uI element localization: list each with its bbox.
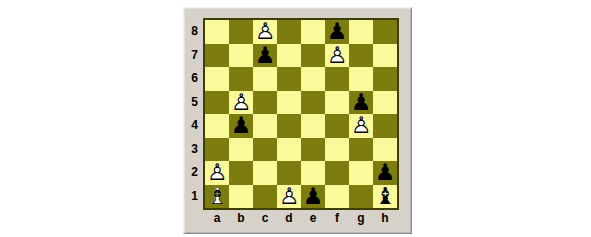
square-h2[interactable]: ♟	[373, 161, 397, 185]
square-e2[interactable]	[301, 161, 325, 185]
square-a8[interactable]	[205, 20, 229, 44]
square-a4[interactable]	[205, 114, 229, 138]
square-g4[interactable]: ♟♙	[349, 114, 373, 138]
piece-glyph: ♟	[375, 161, 396, 185]
square-h7[interactable]	[373, 44, 397, 68]
piece-glyph: ♟	[327, 20, 348, 44]
square-d2[interactable]	[277, 161, 301, 185]
rank-label-5: 5	[187, 91, 202, 115]
square-d8[interactable]	[277, 20, 301, 44]
square-a7[interactable]	[205, 44, 229, 68]
piece-white-pawn[interactable]: ♟♙	[349, 114, 373, 138]
square-c7[interactable]: ♟	[253, 44, 277, 68]
file-label-a: a	[205, 209, 229, 229]
piece-black-bishop[interactable]: ♝	[373, 185, 397, 209]
file-label-c: c	[253, 209, 277, 229]
chessboard[interactable]: ♟♙♟♟♟♙♟♙♟♟♟♙♟♙♟♝♗♟♙♟♝	[203, 18, 399, 210]
square-h8[interactable]	[373, 20, 397, 44]
square-f1[interactable]	[325, 185, 349, 209]
square-f8[interactable]: ♟	[325, 20, 349, 44]
square-c2[interactable]	[253, 161, 277, 185]
square-e5[interactable]	[301, 91, 325, 115]
square-g8[interactable]	[349, 20, 373, 44]
square-g7[interactable]	[349, 44, 373, 68]
square-b5[interactable]: ♟♙	[229, 91, 253, 115]
square-e1[interactable]: ♟	[301, 185, 325, 209]
piece-black-pawn[interactable]: ♟	[373, 161, 397, 185]
square-d7[interactable]	[277, 44, 301, 68]
piece-white-pawn[interactable]: ♟♙	[229, 91, 253, 115]
file-label-d: d	[277, 209, 301, 229]
square-b7[interactable]	[229, 44, 253, 68]
rank-label-8: 8	[187, 20, 202, 44]
square-f6[interactable]	[325, 67, 349, 91]
square-d5[interactable]	[277, 91, 301, 115]
rank-label-6: 6	[187, 67, 202, 91]
square-c4[interactable]	[253, 114, 277, 138]
square-f5[interactable]	[325, 91, 349, 115]
piece-glyph: ♝	[375, 185, 396, 209]
square-c8[interactable]: ♟♙	[253, 20, 277, 44]
rank-labels: 87654321	[187, 20, 202, 208]
square-d6[interactable]	[277, 67, 301, 91]
square-d1[interactable]: ♟♙	[277, 185, 301, 209]
piece-glyph: ♟	[351, 91, 372, 115]
piece-black-pawn[interactable]: ♟	[325, 20, 349, 44]
square-b1[interactable]	[229, 185, 253, 209]
piece-glyph: ♙	[231, 91, 252, 115]
square-h5[interactable]	[373, 91, 397, 115]
rank-label-3: 3	[187, 138, 202, 162]
piece-white-pawn[interactable]: ♟♙	[277, 185, 301, 209]
square-b3[interactable]	[229, 138, 253, 162]
rank-label-1: 1	[187, 185, 202, 209]
square-d4[interactable]	[277, 114, 301, 138]
square-b4[interactable]: ♟	[229, 114, 253, 138]
square-a5[interactable]	[205, 91, 229, 115]
piece-glyph: ♙	[351, 114, 372, 138]
piece-glyph: ♙	[279, 185, 300, 209]
square-e4[interactable]	[301, 114, 325, 138]
square-c1[interactable]	[253, 185, 277, 209]
square-f4[interactable]	[325, 114, 349, 138]
file-label-f: f	[325, 209, 349, 229]
square-g2[interactable]	[349, 161, 373, 185]
rank-label-7: 7	[187, 44, 202, 68]
square-c5[interactable]	[253, 91, 277, 115]
square-g3[interactable]	[349, 138, 373, 162]
file-label-h: h	[373, 209, 397, 229]
piece-glyph: ♟	[255, 44, 276, 68]
piece-glyph: ♙	[255, 20, 276, 44]
piece-black-pawn[interactable]: ♟	[349, 91, 373, 115]
square-g6[interactable]	[349, 67, 373, 91]
square-a2[interactable]: ♟♙	[205, 161, 229, 185]
square-f7[interactable]: ♟♙	[325, 44, 349, 68]
square-h1[interactable]: ♝	[373, 185, 397, 209]
square-h6[interactable]	[373, 67, 397, 91]
piece-black-pawn[interactable]: ♟	[301, 185, 325, 209]
square-g5[interactable]: ♟	[349, 91, 373, 115]
piece-black-pawn[interactable]: ♟	[253, 44, 277, 68]
piece-white-pawn[interactable]: ♟♙	[325, 44, 349, 68]
square-h3[interactable]	[373, 138, 397, 162]
piece-glyph: ♟	[303, 185, 324, 209]
square-f2[interactable]	[325, 161, 349, 185]
rank-label-4: 4	[187, 114, 202, 138]
square-a6[interactable]	[205, 67, 229, 91]
square-c6[interactable]	[253, 67, 277, 91]
piece-glyph: ♙	[207, 161, 228, 185]
piece-glyph: ♟	[231, 114, 252, 138]
square-c3[interactable]	[253, 138, 277, 162]
page: 87654321 ♟♙♟♟♟♙♟♙♟♟♟♙♟♙♟♝♗♟♙♟♝ abcdefgh	[0, 0, 591, 237]
square-d3[interactable]	[277, 138, 301, 162]
piece-black-pawn[interactable]: ♟	[229, 114, 253, 138]
piece-glyph: ♙	[327, 44, 348, 68]
piece-glyph: ♗	[207, 185, 228, 209]
square-h4[interactable]	[373, 114, 397, 138]
square-a1[interactable]: ♝♗	[205, 185, 229, 209]
square-e8[interactable]	[301, 20, 325, 44]
square-f3[interactable]	[325, 138, 349, 162]
square-a3[interactable]	[205, 138, 229, 162]
file-label-b: b	[229, 209, 253, 229]
square-e6[interactable]	[301, 67, 325, 91]
square-e3[interactable]	[301, 138, 325, 162]
square-b2[interactable]	[229, 161, 253, 185]
piece-white-bishop[interactable]: ♝♗	[205, 185, 229, 209]
file-label-g: g	[349, 209, 373, 229]
square-e7[interactable]	[301, 44, 325, 68]
square-g1[interactable]	[349, 185, 373, 209]
chessboard-frame: 87654321 ♟♙♟♟♟♙♟♙♟♟♟♙♟♙♟♝♗♟♙♟♝ abcdefgh	[183, 7, 412, 234]
piece-white-pawn[interactable]: ♟♙	[253, 20, 277, 44]
square-b8[interactable]	[229, 20, 253, 44]
file-label-e: e	[301, 209, 325, 229]
file-labels: abcdefgh	[205, 209, 397, 229]
square-b6[interactable]	[229, 67, 253, 91]
piece-white-pawn[interactable]: ♟♙	[205, 161, 229, 185]
rank-label-2: 2	[187, 161, 202, 185]
